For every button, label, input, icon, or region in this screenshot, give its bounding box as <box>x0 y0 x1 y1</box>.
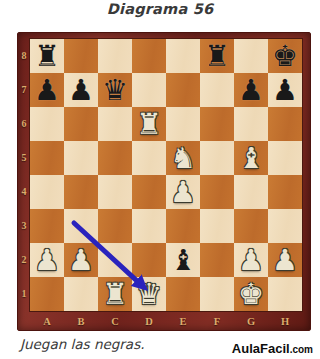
square-f1 <box>200 277 234 311</box>
square-h1 <box>268 277 302 311</box>
square-a6 <box>30 107 64 141</box>
white-bishop: ♝ <box>238 141 264 175</box>
black-queen: ♛ <box>102 73 128 107</box>
square-h3 <box>268 209 302 243</box>
black-rook: ♜ <box>204 39 230 73</box>
square-h6 <box>268 107 302 141</box>
square-e7 <box>166 73 200 107</box>
square-g1: ♚ <box>234 277 268 311</box>
square-f4 <box>200 175 234 209</box>
square-e8 <box>166 39 200 73</box>
file-label-B: B <box>64 313 98 331</box>
square-g6 <box>234 107 268 141</box>
square-c7: ♛ <box>98 73 132 107</box>
square-d2 <box>132 243 166 277</box>
square-e6 <box>166 107 200 141</box>
square-g3 <box>234 209 268 243</box>
square-b1 <box>64 277 98 311</box>
rank-label-1: 1 <box>18 277 30 311</box>
chess-board-frame: ♜♜♚♟♟♛♟♟♜♞♝♟♟♟♝♟♟♜♛♚ 87654321 ABCDEFGH <box>17 32 311 331</box>
square-g8 <box>234 39 268 73</box>
square-b3 <box>64 209 98 243</box>
rank-label-5: 5 <box>18 141 30 175</box>
square-d6: ♜ <box>132 107 166 141</box>
square-e4: ♟ <box>166 175 200 209</box>
move-caption: Juegan las negras. <box>20 336 144 352</box>
square-b2: ♟ <box>64 243 98 277</box>
square-f2 <box>200 243 234 277</box>
square-g2: ♟ <box>234 243 268 277</box>
rank-label-6: 6 <box>18 107 30 141</box>
site-watermark: AulaFacil.com <box>232 339 313 357</box>
square-b6 <box>64 107 98 141</box>
site-watermark-name: AulaFacil <box>232 341 290 356</box>
square-d8 <box>132 39 166 73</box>
square-d4 <box>132 175 166 209</box>
file-label-H: H <box>268 313 302 331</box>
square-f7 <box>200 73 234 107</box>
square-f8: ♜ <box>200 39 234 73</box>
square-b5 <box>64 141 98 175</box>
white-pawn: ♟ <box>238 243 264 277</box>
square-a3 <box>30 209 64 243</box>
square-d3 <box>132 209 166 243</box>
square-a7: ♟ <box>30 73 64 107</box>
square-e3 <box>166 209 200 243</box>
square-a4 <box>30 175 64 209</box>
square-c4 <box>98 175 132 209</box>
square-a2: ♟ <box>30 243 64 277</box>
diagram-title: Diagrama 56 <box>0 1 320 17</box>
square-a1 <box>30 277 64 311</box>
rank-label-2: 2 <box>18 243 30 277</box>
file-label-F: F <box>200 313 234 331</box>
square-h8: ♚ <box>268 39 302 73</box>
black-pawn: ♟ <box>272 73 298 107</box>
white-rook: ♜ <box>136 107 162 141</box>
chess-board: ♜♜♚♟♟♛♟♟♜♞♝♟♟♟♝♟♟♜♛♚ <box>30 39 302 311</box>
square-f5 <box>200 141 234 175</box>
white-pawn: ♟ <box>34 243 60 277</box>
square-f3 <box>200 209 234 243</box>
square-c2 <box>98 243 132 277</box>
square-f6 <box>200 107 234 141</box>
square-c1: ♜ <box>98 277 132 311</box>
black-king: ♚ <box>272 39 298 73</box>
rank-label-8: 8 <box>18 39 30 73</box>
rank-label-4: 4 <box>18 175 30 209</box>
file-label-A: A <box>30 313 64 331</box>
square-g4 <box>234 175 268 209</box>
page: Diagrama 56 ♜♜♚♟♟♛♟♟♜♞♝♟♟♟♝♟♟♜♛♚ 8765432… <box>0 0 320 359</box>
square-a8: ♜ <box>30 39 64 73</box>
rank-label-3: 3 <box>18 209 30 243</box>
white-queen: ♛ <box>136 277 162 311</box>
file-label-C: C <box>98 313 132 331</box>
white-knight: ♞ <box>170 141 196 175</box>
file-label-E: E <box>166 313 200 331</box>
black-pawn: ♟ <box>238 73 264 107</box>
white-rook: ♜ <box>102 277 128 311</box>
black-pawn: ♟ <box>68 73 94 107</box>
black-pawn: ♟ <box>34 73 60 107</box>
rank-label-7: 7 <box>18 73 30 107</box>
square-e1 <box>166 277 200 311</box>
square-h2: ♟ <box>268 243 302 277</box>
square-h4 <box>268 175 302 209</box>
square-d5 <box>132 141 166 175</box>
square-b7: ♟ <box>64 73 98 107</box>
site-watermark-tld: .com <box>290 344 313 355</box>
white-king: ♚ <box>238 277 264 311</box>
white-pawn: ♟ <box>68 243 94 277</box>
white-pawn: ♟ <box>170 175 196 209</box>
square-c8 <box>98 39 132 73</box>
square-d1: ♛ <box>132 277 166 311</box>
square-g7: ♟ <box>234 73 268 107</box>
square-e2: ♝ <box>166 243 200 277</box>
square-h7: ♟ <box>268 73 302 107</box>
square-c6 <box>98 107 132 141</box>
square-h5 <box>268 141 302 175</box>
file-label-D: D <box>132 313 166 331</box>
square-d7 <box>132 73 166 107</box>
white-pawn: ♟ <box>272 243 298 277</box>
black-rook: ♜ <box>34 39 60 73</box>
square-g5: ♝ <box>234 141 268 175</box>
square-b4 <box>64 175 98 209</box>
square-c3 <box>98 209 132 243</box>
file-label-G: G <box>234 313 268 331</box>
square-a5 <box>30 141 64 175</box>
square-c5 <box>98 141 132 175</box>
square-e5: ♞ <box>166 141 200 175</box>
square-b8 <box>64 39 98 73</box>
black-bishop: ♝ <box>170 243 196 277</box>
